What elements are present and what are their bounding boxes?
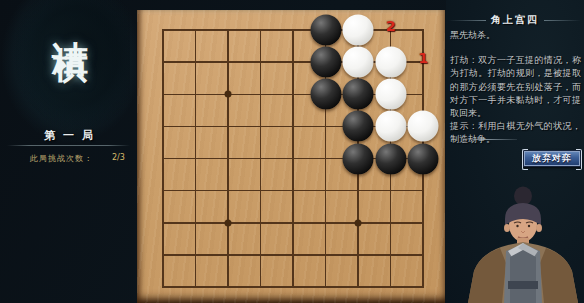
sidebar: 诘棋 第一局 此局挑战次数： 2/3 [0, 0, 137, 303]
black-stone [343, 79, 374, 110]
move-mark-2: 2 [386, 18, 396, 34]
ko-rule-text: 打劫：双方一子互提的情况，称为打劫。打劫的规则，是被提取的那方必须要先在别处落子… [450, 54, 581, 120]
puzzle-title: 角上宫四 [491, 13, 539, 27]
white-stone [408, 111, 439, 142]
info-panel: 角上宫四 黑先劫杀。 打劫：双方一子互提的情况，称为打劫。打劫的规则，是被提取的… [446, 0, 584, 303]
white-stone [343, 47, 374, 78]
grid-line-horizontal [162, 222, 424, 224]
game-screen: 诘棋 第一局 此局挑战次数： 2/3 21 角上宫四 黑先劫杀。 打劫：双方一子… [0, 0, 584, 303]
grid-line-horizontal [162, 254, 424, 256]
attempts-row: 此局挑战次数： 2/3 [0, 152, 137, 164]
sidebar-divider [7, 145, 130, 146]
black-stone [408, 143, 439, 174]
go-board[interactable]: 21 [137, 10, 445, 303]
puzzle-mode-title: 诘棋 [46, 12, 95, 24]
black-stone [310, 47, 341, 78]
white-stone [375, 79, 406, 110]
black-stone [375, 143, 406, 174]
black-stone [343, 143, 374, 174]
star-point [225, 91, 232, 98]
white-stone [343, 15, 374, 46]
puzzle-objective: 黑先劫杀。 [450, 29, 581, 42]
title-divider-left [449, 20, 486, 21]
round-label: 第一局 [0, 128, 137, 143]
black-stone [310, 79, 341, 110]
white-stone [375, 111, 406, 142]
star-point [225, 219, 232, 226]
attempts-value: 2/3 [112, 153, 125, 162]
npc-portrait [460, 185, 582, 303]
grid-line-horizontal [162, 286, 424, 288]
puzzle-description: 黑先劫杀。 打劫：双方一子互提的情况，称为打劫。打劫的规则，是被提取的那方必须要… [450, 29, 581, 147]
hint-text: 提示：利用白棋无外气的状况，制造劫争。 [450, 120, 581, 146]
star-point [355, 219, 362, 226]
black-stone [343, 111, 374, 142]
attempts-label: 此局挑战次数： [30, 153, 93, 164]
panel-title-row: 角上宫四 [449, 13, 581, 27]
title-divider-right [544, 20, 581, 21]
give-up-button[interactable]: 放弃对弈 [523, 150, 581, 167]
black-stone [310, 15, 341, 46]
panel-bottom-divider [464, 139, 517, 140]
grid-line-horizontal [162, 190, 424, 192]
move-mark-1: 1 [418, 50, 428, 66]
goban-grid[interactable]: 21 [163, 30, 423, 287]
white-stone [375, 47, 406, 78]
